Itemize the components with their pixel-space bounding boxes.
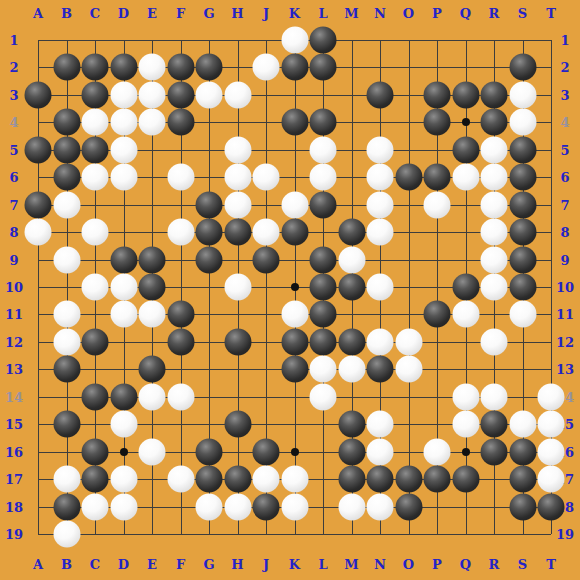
white-stone[interactable] — [538, 411, 565, 438]
coord-label-bottom: M — [344, 558, 358, 571]
white-stone[interactable] — [53, 191, 80, 218]
coord-label-top: K — [289, 7, 300, 20]
black-stone[interactable] — [538, 493, 565, 520]
coord-label-bottom: P — [432, 558, 442, 571]
white-stone[interactable] — [167, 383, 194, 410]
coord-label-right: 1 — [560, 34, 569, 47]
black-stone[interactable] — [424, 164, 451, 191]
black-stone[interactable] — [338, 219, 365, 246]
white-stone[interactable] — [452, 301, 479, 328]
black-stone[interactable] — [53, 164, 80, 191]
coord-label-bottom: R — [489, 558, 500, 571]
black-stone[interactable] — [167, 328, 194, 355]
black-stone[interactable] — [481, 109, 508, 136]
black-stone[interactable] — [167, 301, 194, 328]
white-stone[interactable] — [509, 301, 536, 328]
black-stone[interactable] — [481, 438, 508, 465]
black-stone[interactable] — [452, 466, 479, 493]
white-stone[interactable] — [310, 383, 337, 410]
coord-label-bottom: T — [546, 558, 556, 571]
black-stone[interactable] — [310, 54, 337, 81]
white-stone[interactable] — [82, 109, 109, 136]
white-stone[interactable] — [224, 164, 251, 191]
white-stone[interactable] — [481, 273, 508, 300]
black-stone[interactable] — [110, 383, 137, 410]
coord-label-right: 13 — [556, 363, 574, 376]
black-stone[interactable] — [224, 219, 251, 246]
white-stone[interactable] — [338, 246, 365, 273]
coord-label-right: 6 — [560, 171, 569, 184]
coord-label-right: 19 — [556, 527, 574, 540]
black-stone[interactable] — [310, 246, 337, 273]
white-stone[interactable] — [481, 136, 508, 163]
grid-line-vertical — [409, 40, 410, 534]
black-stone[interactable] — [196, 438, 223, 465]
black-stone[interactable] — [110, 54, 137, 81]
coord-label-left: 1 — [9, 34, 18, 47]
white-stone[interactable] — [53, 246, 80, 273]
white-stone[interactable] — [53, 328, 80, 355]
black-stone[interactable] — [424, 109, 451, 136]
black-stone[interactable] — [367, 81, 394, 108]
white-stone[interactable] — [110, 81, 137, 108]
white-stone[interactable] — [139, 383, 166, 410]
black-stone[interactable] — [509, 191, 536, 218]
coord-label-top: G — [203, 7, 214, 20]
white-stone[interactable] — [367, 411, 394, 438]
black-stone[interactable] — [196, 191, 223, 218]
white-stone[interactable] — [110, 136, 137, 163]
white-stone[interactable] — [167, 164, 194, 191]
black-stone[interactable] — [281, 356, 308, 383]
coord-label-left: 8 — [9, 226, 18, 239]
white-stone[interactable] — [538, 438, 565, 465]
coord-label-top: F — [176, 7, 185, 20]
white-stone[interactable] — [395, 356, 422, 383]
coord-label-bottom: O — [403, 558, 414, 571]
coord-label-left: 12 — [5, 335, 23, 348]
black-stone[interactable] — [481, 81, 508, 108]
white-stone[interactable] — [224, 273, 251, 300]
coord-label-right: 11 — [556, 308, 574, 321]
black-stone[interactable] — [310, 273, 337, 300]
white-stone[interactable] — [139, 438, 166, 465]
black-stone[interactable] — [82, 383, 109, 410]
coord-label-left: 7 — [9, 198, 18, 211]
black-stone[interactable] — [224, 411, 251, 438]
black-stone[interactable] — [82, 54, 109, 81]
white-stone[interactable] — [338, 356, 365, 383]
black-stone[interactable] — [82, 438, 109, 465]
black-stone[interactable] — [509, 54, 536, 81]
black-stone[interactable] — [509, 136, 536, 163]
coord-label-top: D — [118, 7, 129, 20]
white-stone[interactable] — [367, 328, 394, 355]
black-stone[interactable] — [310, 27, 337, 54]
coord-label-right: 10 — [556, 280, 574, 293]
black-stone[interactable] — [25, 191, 52, 218]
white-stone[interactable] — [367, 493, 394, 520]
white-stone[interactable] — [538, 383, 565, 410]
coord-label-right: 9 — [560, 253, 569, 266]
coord-label-bottom: J — [263, 558, 269, 571]
black-stone[interactable] — [25, 81, 52, 108]
white-stone[interactable] — [338, 493, 365, 520]
black-stone[interactable] — [452, 136, 479, 163]
white-stone[interactable] — [481, 164, 508, 191]
black-stone[interactable] — [509, 219, 536, 246]
white-stone[interactable] — [310, 136, 337, 163]
black-stone[interactable] — [338, 273, 365, 300]
white-stone[interactable] — [110, 466, 137, 493]
white-stone[interactable] — [110, 493, 137, 520]
star-point — [120, 448, 128, 456]
coord-label-bottom: C — [90, 558, 100, 571]
coord-label-top: T — [546, 7, 556, 20]
white-stone[interactable] — [281, 191, 308, 218]
black-stone[interactable] — [25, 136, 52, 163]
black-stone[interactable] — [139, 356, 166, 383]
coord-label-left: 9 — [9, 253, 18, 266]
coord-label-bottom: Q — [460, 558, 471, 571]
white-stone[interactable] — [82, 164, 109, 191]
white-stone[interactable] — [281, 27, 308, 54]
star-point — [462, 448, 470, 456]
black-stone[interactable] — [509, 466, 536, 493]
black-stone[interactable] — [509, 246, 536, 273]
white-stone[interactable] — [509, 109, 536, 136]
black-stone[interactable] — [481, 411, 508, 438]
coord-label-top: B — [61, 7, 72, 20]
black-stone[interactable] — [367, 356, 394, 383]
coord-label-top: N — [374, 7, 386, 20]
black-stone[interactable] — [53, 54, 80, 81]
coord-label-top: C — [90, 7, 100, 20]
grid-line-horizontal — [38, 534, 551, 535]
white-stone[interactable] — [139, 81, 166, 108]
white-stone[interactable] — [53, 466, 80, 493]
white-stone[interactable] — [310, 356, 337, 383]
white-stone[interactable] — [481, 246, 508, 273]
black-stone[interactable] — [196, 219, 223, 246]
black-stone[interactable] — [281, 54, 308, 81]
coord-label-top: L — [318, 7, 327, 20]
white-stone[interactable] — [395, 328, 422, 355]
coord-label-left: 19 — [5, 527, 23, 540]
white-stone[interactable] — [424, 438, 451, 465]
white-stone[interactable] — [538, 466, 565, 493]
coord-label-left: 10 — [5, 280, 23, 293]
coord-label-bottom: L — [318, 558, 327, 571]
white-stone[interactable] — [481, 328, 508, 355]
black-stone[interactable] — [82, 466, 109, 493]
black-stone[interactable] — [82, 136, 109, 163]
coord-label-bottom: D — [118, 558, 129, 571]
black-stone[interactable] — [395, 466, 422, 493]
black-stone[interactable] — [509, 438, 536, 465]
black-stone[interactable] — [110, 246, 137, 273]
white-stone[interactable] — [196, 493, 223, 520]
coord-label-bottom: S — [518, 558, 527, 571]
coord-label-left: 4 — [9, 116, 18, 129]
coord-label-left: 2 — [9, 61, 18, 74]
white-stone[interactable] — [367, 273, 394, 300]
coord-label-left: 11 — [5, 308, 23, 321]
white-stone[interactable] — [509, 411, 536, 438]
white-stone[interactable] — [53, 520, 80, 547]
coord-label-left: 5 — [9, 143, 18, 156]
black-stone[interactable] — [338, 328, 365, 355]
coord-label-top: E — [147, 7, 157, 20]
black-stone[interactable] — [338, 411, 365, 438]
white-stone[interactable] — [110, 273, 137, 300]
black-stone[interactable] — [196, 466, 223, 493]
white-stone[interactable] — [139, 54, 166, 81]
black-stone[interactable] — [53, 109, 80, 136]
coord-label-right: 7 — [560, 198, 569, 211]
black-stone[interactable] — [310, 191, 337, 218]
coord-label-left: 13 — [5, 363, 23, 376]
coord-label-left: 3 — [9, 88, 18, 101]
black-stone[interactable] — [139, 273, 166, 300]
coord-label-right: 8 — [560, 226, 569, 239]
black-stone[interactable] — [509, 164, 536, 191]
white-stone[interactable] — [110, 109, 137, 136]
white-stone[interactable] — [224, 493, 251, 520]
white-stone[interactable] — [196, 81, 223, 108]
coord-label-left: 14 — [5, 390, 23, 403]
black-stone[interactable] — [395, 493, 422, 520]
coord-label-left: 18 — [5, 500, 23, 513]
black-stone[interactable] — [509, 273, 536, 300]
black-stone[interactable] — [452, 273, 479, 300]
white-stone[interactable] — [452, 383, 479, 410]
black-stone[interactable] — [310, 328, 337, 355]
black-stone[interactable] — [253, 493, 280, 520]
white-stone[interactable] — [224, 136, 251, 163]
coord-label-right: 3 — [560, 88, 569, 101]
white-stone[interactable] — [424, 191, 451, 218]
white-stone[interactable] — [139, 301, 166, 328]
coord-label-bottom: E — [147, 558, 157, 571]
star-point — [462, 118, 470, 126]
coord-label-top: H — [231, 7, 243, 20]
white-stone[interactable] — [167, 219, 194, 246]
coord-label-left: 16 — [5, 445, 23, 458]
coord-label-right: 5 — [560, 143, 569, 156]
coord-label-top: Q — [460, 7, 471, 20]
black-stone[interactable] — [53, 356, 80, 383]
coord-label-left: 17 — [5, 473, 23, 486]
black-stone[interactable] — [196, 246, 223, 273]
white-stone[interactable] — [25, 219, 52, 246]
black-stone[interactable] — [53, 136, 80, 163]
white-stone[interactable] — [367, 136, 394, 163]
coord-label-left: 6 — [9, 171, 18, 184]
coord-label-right: 12 — [556, 335, 574, 348]
white-stone[interactable] — [82, 273, 109, 300]
coord-label-bottom: G — [203, 558, 214, 571]
white-stone[interactable] — [481, 191, 508, 218]
white-stone[interactable] — [281, 301, 308, 328]
black-stone[interactable] — [53, 411, 80, 438]
black-stone[interactable] — [253, 438, 280, 465]
coord-label-bottom: A — [33, 558, 43, 571]
white-stone[interactable] — [224, 81, 251, 108]
black-stone[interactable] — [167, 81, 194, 108]
white-stone[interactable] — [110, 301, 137, 328]
black-stone[interactable] — [395, 164, 422, 191]
coord-label-bottom: N — [374, 558, 386, 571]
white-stone[interactable] — [253, 466, 280, 493]
coord-label-top: A — [33, 7, 43, 20]
black-stone[interactable] — [310, 109, 337, 136]
black-stone[interactable] — [509, 493, 536, 520]
black-stone[interactable] — [424, 466, 451, 493]
white-stone[interactable] — [53, 301, 80, 328]
coord-label-top: R — [489, 7, 500, 20]
black-stone[interactable] — [367, 466, 394, 493]
white-stone[interactable] — [253, 219, 280, 246]
coord-label-bottom: F — [176, 558, 185, 571]
black-stone[interactable] — [281, 109, 308, 136]
black-stone[interactable] — [196, 54, 223, 81]
black-stone[interactable] — [82, 328, 109, 355]
white-stone[interactable] — [224, 191, 251, 218]
coord-label-bottom: B — [61, 558, 72, 571]
white-stone[interactable] — [509, 81, 536, 108]
coord-label-right: 4 — [560, 116, 569, 129]
coord-label-left: 15 — [5, 418, 23, 431]
black-stone[interactable] — [253, 246, 280, 273]
white-stone[interactable] — [82, 493, 109, 520]
white-stone[interactable] — [281, 466, 308, 493]
white-stone[interactable] — [139, 109, 166, 136]
black-stone[interactable] — [82, 81, 109, 108]
coord-label-top: P — [432, 7, 442, 20]
coord-label-top: S — [518, 7, 527, 20]
white-stone[interactable] — [310, 164, 337, 191]
black-stone[interactable] — [310, 301, 337, 328]
white-stone[interactable] — [452, 164, 479, 191]
star-point — [291, 448, 299, 456]
black-stone[interactable] — [338, 466, 365, 493]
star-point — [291, 283, 299, 291]
white-stone[interactable] — [452, 411, 479, 438]
white-stone[interactable] — [481, 219, 508, 246]
coord-label-top: M — [344, 7, 358, 20]
black-stone[interactable] — [53, 493, 80, 520]
white-stone[interactable] — [367, 164, 394, 191]
white-stone[interactable] — [481, 383, 508, 410]
white-stone[interactable] — [253, 54, 280, 81]
coord-label-bottom: K — [289, 558, 300, 571]
black-stone[interactable] — [224, 328, 251, 355]
black-stone[interactable] — [281, 328, 308, 355]
black-stone[interactable] — [452, 81, 479, 108]
white-stone[interactable] — [367, 219, 394, 246]
white-stone[interactable] — [82, 219, 109, 246]
black-stone[interactable] — [424, 81, 451, 108]
go-board[interactable]: AABBCCDDEEFFGGHHJJKKLLMMNNOOPPQQRRSSTT11… — [0, 0, 580, 580]
coord-label-bottom: H — [231, 558, 243, 571]
black-stone[interactable] — [338, 438, 365, 465]
white-stone[interactable] — [110, 411, 137, 438]
coord-label-top: O — [403, 7, 414, 20]
black-stone[interactable] — [139, 246, 166, 273]
white-stone[interactable] — [367, 438, 394, 465]
black-stone[interactable] — [424, 301, 451, 328]
black-stone[interactable] — [167, 109, 194, 136]
white-stone[interactable] — [253, 164, 280, 191]
coord-label-top: J — [263, 7, 269, 20]
white-stone[interactable] — [367, 191, 394, 218]
black-stone[interactable] — [281, 219, 308, 246]
black-stone[interactable] — [224, 466, 251, 493]
black-stone[interactable] — [167, 54, 194, 81]
coord-label-right: 2 — [560, 61, 569, 74]
white-stone[interactable] — [167, 466, 194, 493]
white-stone[interactable] — [110, 164, 137, 191]
white-stone[interactable] — [281, 493, 308, 520]
